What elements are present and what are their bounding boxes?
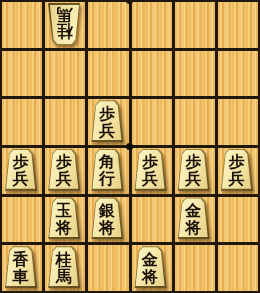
koma-fuhyo[interactable]: 歩 兵: [177, 149, 211, 191]
square-4-4[interactable]: [218, 2, 258, 48]
square-8-5[interactable]: [45, 51, 85, 97]
koma-body: 桂 馬: [47, 246, 81, 288]
koma-face: 歩 兵: [135, 150, 166, 189]
koma-kanji-bottom: 兵: [142, 170, 158, 187]
koma-face: 銀 将: [91, 198, 122, 237]
square-8-9[interactable]: 桂 馬: [45, 245, 85, 291]
koma-body: 銀 将: [90, 197, 124, 239]
koma-kanji-top: 角: [99, 153, 115, 170]
square-7-4[interactable]: [88, 2, 128, 48]
square-5-6[interactable]: [175, 99, 215, 145]
koma-body: 香 車: [4, 246, 38, 288]
koma-face: 玉 将: [48, 198, 79, 237]
koma-kanji-top: 歩: [185, 153, 201, 170]
square-6-9[interactable]: 金 将: [132, 245, 172, 291]
koma-body: 桂 馬: [47, 3, 81, 45]
square-4-8[interactable]: [218, 197, 258, 243]
koma-kyosha[interactable]: 香 車: [4, 246, 38, 288]
koma-fuhyo[interactable]: 歩 兵: [90, 100, 124, 142]
koma-kanji-top: 歩: [13, 153, 29, 170]
square-6-6[interactable]: [132, 99, 172, 145]
koma-face: 桂 馬: [48, 247, 79, 286]
square-4-5[interactable]: [218, 51, 258, 97]
koma-kanji-bottom: 兵: [228, 170, 244, 187]
koma-face: 歩 兵: [178, 150, 209, 189]
square-4-9[interactable]: [218, 245, 258, 291]
square-8-8[interactable]: 玉 将: [45, 197, 85, 243]
koma-kanji-bottom: 将: [99, 219, 115, 236]
square-7-5[interactable]: [88, 51, 128, 97]
koma-kanji-bottom: 将: [185, 219, 201, 236]
shogi-board: 桂 馬 歩 兵: [0, 0, 260, 293]
koma-face: 金 将: [178, 198, 209, 237]
square-5-9[interactable]: [175, 245, 215, 291]
koma-ginsho[interactable]: 銀 将: [90, 197, 124, 239]
square-7-8[interactable]: 銀 将: [88, 197, 128, 243]
koma-fuhyo[interactable]: 歩 兵: [220, 149, 254, 191]
square-6-8[interactable]: [132, 197, 172, 243]
square-6-4[interactable]: [132, 2, 172, 48]
koma-face: 歩 兵: [5, 150, 36, 189]
koma-body: 歩 兵: [47, 149, 81, 191]
square-7-7[interactable]: 角 行: [88, 148, 128, 194]
koma-body: 歩 兵: [4, 149, 38, 191]
koma-kinsho[interactable]: 金 将: [134, 246, 168, 288]
koma-kinsho[interactable]: 金 将: [177, 197, 211, 239]
koma-face: 桂 馬: [49, 5, 80, 44]
koma-fuhyo[interactable]: 歩 兵: [134, 149, 168, 191]
square-5-5[interactable]: [175, 51, 215, 97]
koma-kanji-bottom: 将: [142, 268, 158, 285]
koma-kanji-top: 銀: [99, 202, 115, 219]
square-7-6[interactable]: 歩 兵: [88, 99, 128, 145]
square-9-9[interactable]: 香 車: [2, 245, 42, 291]
square-4-7[interactable]: 歩 兵: [218, 148, 258, 194]
koma-kanji-bottom: 兵: [13, 170, 29, 187]
koma-face: 角 行: [91, 150, 122, 189]
koma-body: 角 行: [90, 149, 124, 191]
koma-kanji-top: 歩: [99, 105, 115, 122]
koma-face: 歩 兵: [91, 101, 122, 140]
koma-kanji-bottom: 車: [13, 268, 29, 285]
koma-body: 歩 兵: [134, 149, 168, 191]
koma-kanji-bottom: 兵: [56, 170, 72, 187]
koma-face: 香 車: [5, 247, 36, 286]
koma-face: 金 将: [135, 247, 166, 286]
koma-kanji-top: 玉: [56, 202, 72, 219]
koma-kanji-top: 桂: [56, 251, 72, 268]
square-4-6[interactable]: [218, 99, 258, 145]
square-8-4[interactable]: 桂 馬: [45, 2, 85, 48]
square-6-7[interactable]: 歩 兵: [132, 148, 172, 194]
square-7-9[interactable]: [88, 245, 128, 291]
koma-kakugyo[interactable]: 角 行: [90, 149, 124, 191]
koma-kanji-bottom: 将: [56, 219, 72, 236]
square-9-5[interactable]: [2, 51, 42, 97]
koma-kanji-bottom: 馬: [57, 6, 73, 23]
square-6-5[interactable]: [132, 51, 172, 97]
koma-kanji-top: 歩: [142, 153, 158, 170]
square-9-6[interactable]: [2, 99, 42, 145]
square-5-4[interactable]: [175, 2, 215, 48]
koma-kanji-bottom: 兵: [185, 170, 201, 187]
square-9-7[interactable]: 歩 兵: [2, 148, 42, 194]
koma-kanji-top: 桂: [57, 23, 73, 40]
koma-kanji-top: 金: [185, 202, 201, 219]
koma-fuhyo[interactable]: 歩 兵: [47, 149, 81, 191]
square-9-4[interactable]: [2, 2, 42, 48]
koma-body: 玉 将: [47, 197, 81, 239]
koma-body: 金 将: [134, 246, 168, 288]
square-8-7[interactable]: 歩 兵: [45, 148, 85, 194]
koma-body: 歩 兵: [177, 149, 211, 191]
koma-kanji-top: 歩: [56, 153, 72, 170]
square-9-8[interactable]: [2, 197, 42, 243]
koma-face: 歩 兵: [221, 150, 252, 189]
square-8-6[interactable]: [45, 99, 85, 145]
koma-kanji-top: 金: [142, 251, 158, 268]
square-5-8[interactable]: 金 将: [175, 197, 215, 243]
koma-kanji-bottom: 兵: [99, 122, 115, 139]
koma-keima-gote[interactable]: 桂 馬: [47, 3, 81, 45]
star-point-middle: [126, 143, 133, 150]
koma-kanji-top: 歩: [228, 153, 244, 170]
koma-body: 歩 兵: [90, 100, 124, 142]
koma-kanji-top: 香: [13, 251, 29, 268]
koma-fuhyo[interactable]: 歩 兵: [4, 149, 38, 191]
koma-face: 歩 兵: [48, 150, 79, 189]
koma-kanji-bottom: 馬: [56, 268, 72, 285]
koma-body: 歩 兵: [220, 149, 254, 191]
koma-body: 金 将: [177, 197, 211, 239]
koma-keima[interactable]: 桂 馬: [47, 246, 81, 288]
koma-gyokusho[interactable]: 玉 将: [47, 197, 81, 239]
koma-kanji-bottom: 行: [99, 170, 115, 187]
square-5-7[interactable]: 歩 兵: [175, 148, 215, 194]
